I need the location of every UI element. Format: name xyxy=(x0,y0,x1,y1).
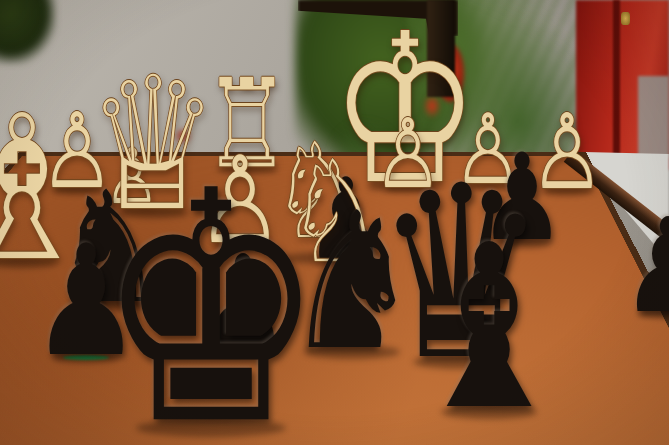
black-pawn-edge[interactable]: ♟ xyxy=(621,201,669,331)
black-king[interactable]: ♚ xyxy=(97,149,326,445)
pieces-layer: ♖♙♔♙♙♙♙♕♘♟♙♟♗♘♞♟♟♞♟♛♝♚ xyxy=(0,0,669,445)
black-bishop[interactable]: ♝ xyxy=(408,215,570,441)
chess-set-photo: ♖♙♔♙♙♙♙♕♘♟♙♟♗♘♞♟♟♞♟♛♝♚ xyxy=(0,0,669,445)
